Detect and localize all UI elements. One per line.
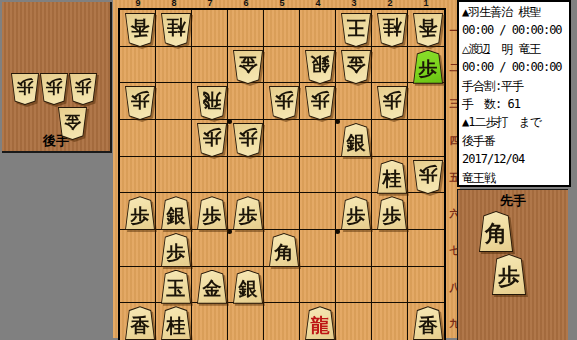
file-coord-1: 1 xyxy=(408,0,444,8)
square-52[interactable] xyxy=(264,47,300,84)
shogi-app-window: 後手 歩歩歩金 987654321 香桂王桂香金銀金歩歩飛歩歩歩歩歩銀桂歩歩銀歩… xyxy=(0,0,577,340)
sente-hand-label: 先手 xyxy=(458,192,568,210)
square-85[interactable] xyxy=(156,157,192,194)
square-33[interactable] xyxy=(336,83,372,120)
square-55[interactable] xyxy=(264,157,300,194)
hand-gote-歩-1[interactable]: 歩 xyxy=(11,73,39,105)
piece-sente-龍-49[interactable]: 龍 xyxy=(305,306,335,340)
piece-gote-歩-93[interactable]: 歩 xyxy=(125,86,155,120)
square-14[interactable] xyxy=(408,120,444,157)
square-48[interactable] xyxy=(300,267,336,304)
piece-sente-歩-87[interactable]: 歩 xyxy=(161,233,191,267)
piece-gote-桂-21[interactable]: 桂 xyxy=(377,13,407,47)
square-41[interactable] xyxy=(300,10,336,47)
piece-kanji-銀: 銀 xyxy=(347,129,366,152)
piece-sente-歩-26[interactable]: 歩 xyxy=(377,196,407,230)
piece-kanji-銀: 銀 xyxy=(239,275,258,298)
square-59[interactable] xyxy=(264,303,300,340)
piece-kanji-歩: 歩 xyxy=(131,202,150,225)
game-info-panel: ▲羽生善治 棋聖00:00 / 00:00:00△渡辺 明 竜王00:00 / … xyxy=(457,0,571,187)
gote-hand-label: 後手 xyxy=(2,132,110,150)
hoshi-dot xyxy=(227,119,232,124)
piece-sente-歩-66[interactable]: 歩 xyxy=(233,196,263,230)
file-coord-8: 8 xyxy=(156,0,192,8)
piece-kanji-玉: 玉 xyxy=(167,275,186,298)
square-45[interactable] xyxy=(300,157,336,194)
piece-kanji-歩: 歩 xyxy=(75,79,92,100)
square-92[interactable] xyxy=(120,47,156,84)
square-67[interactable] xyxy=(228,230,264,267)
piece-kanji-香: 香 xyxy=(131,312,150,335)
piece-kanji-金: 金 xyxy=(347,55,366,78)
square-51[interactable] xyxy=(264,10,300,47)
square-22[interactable] xyxy=(372,47,408,84)
square-16[interactable] xyxy=(408,193,444,230)
square-97[interactable] xyxy=(120,230,156,267)
piece-kanji-桂: 桂 xyxy=(383,19,402,42)
file-coord-3: 3 xyxy=(336,0,372,8)
file-coord-9: 9 xyxy=(120,0,156,8)
square-63[interactable] xyxy=(228,83,264,120)
piece-kanji-飛: 飛 xyxy=(203,92,222,115)
square-13[interactable] xyxy=(408,83,444,120)
file-coord-5: 5 xyxy=(264,0,300,8)
piece-kanji-歩: 歩 xyxy=(203,202,222,225)
piece-kanji-歩: 歩 xyxy=(347,202,366,225)
piece-kanji-歩: 歩 xyxy=(275,92,294,115)
square-71[interactable] xyxy=(192,10,228,47)
piece-kanji-金: 金 xyxy=(203,275,222,298)
piece-kanji-歩: 歩 xyxy=(167,239,186,262)
square-37[interactable] xyxy=(336,230,372,267)
piece-kanji-桂: 桂 xyxy=(167,312,186,335)
piece-kanji-歩: 歩 xyxy=(46,79,63,100)
piece-gote-王-31[interactable]: 王 xyxy=(341,13,371,47)
piece-gote-金-62[interactable]: 金 xyxy=(233,50,263,84)
piece-kanji-歩: 歩 xyxy=(419,55,438,78)
piece-gote-香-11[interactable]: 香 xyxy=(413,13,443,47)
square-38[interactable] xyxy=(336,267,372,304)
piece-sente-銀-86[interactable]: 銀 xyxy=(161,196,191,230)
info-line-3: △渡辺 明 竜王 xyxy=(462,40,569,58)
piece-kanji-香: 香 xyxy=(131,19,150,42)
square-17[interactable] xyxy=(408,230,444,267)
piece-gote-香-91[interactable]: 香 xyxy=(125,13,155,47)
shogi-board: 香桂王桂香金銀金歩歩飛歩歩歩歩歩銀桂歩歩銀歩歩歩歩歩角玉金銀香桂龍香 xyxy=(118,8,446,340)
square-58[interactable] xyxy=(264,267,300,304)
piece-sente-銀-68[interactable]: 銀 xyxy=(233,270,263,304)
piece-kanji-桂: 桂 xyxy=(383,165,402,188)
piece-gote-歩-23[interactable]: 歩 xyxy=(377,86,407,120)
piece-kanji-香: 香 xyxy=(419,19,438,42)
piece-sente-金-78[interactable]: 金 xyxy=(197,270,227,304)
square-72[interactable] xyxy=(192,47,228,84)
hoshi-dot xyxy=(335,119,340,124)
piece-gote-金-32[interactable]: 金 xyxy=(341,50,371,84)
piece-sente-歩-96[interactable]: 歩 xyxy=(125,196,155,230)
info-line-1: ▲羽生善治 棋聖 xyxy=(462,3,569,21)
piece-sente-桂-89[interactable]: 桂 xyxy=(161,306,191,340)
board-area: 987654321 香桂王桂香金銀金歩歩飛歩歩歩歩歩銀桂歩歩銀歩歩歩歩歩角玉金銀… xyxy=(113,0,460,338)
piece-kanji-歩: 歩 xyxy=(498,262,520,288)
piece-gote-歩-64[interactable]: 歩 xyxy=(233,123,263,157)
square-44[interactable] xyxy=(300,120,336,157)
info-line-5: 手合割:平手 xyxy=(462,77,569,95)
piece-gote-飛-73[interactable]: 飛 xyxy=(197,86,227,120)
square-65[interactable] xyxy=(228,157,264,194)
file-coord-7: 7 xyxy=(192,0,228,8)
piece-kanji-歩: 歩 xyxy=(17,79,34,100)
piece-kanji-歩: 歩 xyxy=(383,202,402,225)
piece-kanji-歩: 歩 xyxy=(131,92,150,115)
square-75[interactable] xyxy=(192,157,228,194)
square-69[interactable] xyxy=(228,303,264,340)
info-line-7: ▲1二歩打 まで xyxy=(462,113,569,131)
piece-sente-歩-12[interactable]: 歩 xyxy=(413,50,443,84)
square-98[interactable] xyxy=(120,267,156,304)
piece-kanji-角: 角 xyxy=(485,219,507,245)
info-line-2: 00:00 / 00:00:00 xyxy=(462,21,569,39)
square-94[interactable] xyxy=(120,120,156,157)
piece-sente-角-57[interactable]: 角 xyxy=(269,233,299,267)
square-77[interactable] xyxy=(192,230,228,267)
square-95[interactable] xyxy=(120,157,156,194)
square-24[interactable] xyxy=(372,120,408,157)
piece-sente-歩-36[interactable]: 歩 xyxy=(341,196,371,230)
piece-kanji-香: 香 xyxy=(419,312,438,335)
piece-kanji-王: 王 xyxy=(347,19,366,42)
file-coord-6: 6 xyxy=(228,0,264,8)
square-28[interactable] xyxy=(372,267,408,304)
hand-gote-歩-3[interactable]: 歩 xyxy=(69,73,97,105)
piece-kanji-歩: 歩 xyxy=(239,129,258,152)
square-29[interactable] xyxy=(372,303,408,340)
piece-gote-歩-53[interactable]: 歩 xyxy=(269,86,299,120)
square-83[interactable] xyxy=(156,83,192,120)
file-coord-4: 4 xyxy=(300,0,336,8)
hand-gote-歩-2[interactable]: 歩 xyxy=(40,73,68,105)
piece-kanji-歩: 歩 xyxy=(383,92,402,115)
info-line-4: 00:00 / 00:00:00 xyxy=(462,58,569,76)
piece-kanji-歩: 歩 xyxy=(203,129,222,152)
square-18[interactable] xyxy=(408,267,444,304)
piece-kanji-角: 角 xyxy=(275,239,294,262)
square-82[interactable] xyxy=(156,47,192,84)
hoshi-dot xyxy=(227,229,232,234)
square-47[interactable] xyxy=(300,230,336,267)
square-27[interactable] xyxy=(372,230,408,267)
info-line-8: 後手番 xyxy=(462,132,569,150)
piece-kanji-銀: 銀 xyxy=(167,202,186,225)
square-79[interactable] xyxy=(192,303,228,340)
info-line-6: 手 数: 61 xyxy=(462,95,569,113)
square-54[interactable] xyxy=(264,120,300,157)
hand-sente-歩-1[interactable]: 歩 xyxy=(492,254,526,295)
piece-kanji-金: 金 xyxy=(64,113,81,134)
piece-kanji-銀: 銀 xyxy=(311,55,330,78)
piece-kanji-龍: 龍 xyxy=(311,312,330,335)
piece-sente-香-99[interactable]: 香 xyxy=(125,306,155,340)
square-39[interactable] xyxy=(336,303,372,340)
square-61[interactable] xyxy=(228,10,264,47)
file-coord-2: 2 xyxy=(372,0,408,8)
piece-sente-桂-25[interactable]: 桂 xyxy=(377,160,407,194)
sente-hand-tray: 先手 角歩 xyxy=(457,189,568,340)
square-84[interactable] xyxy=(156,120,192,157)
piece-gote-歩-15[interactable]: 歩 xyxy=(413,160,443,194)
hand-sente-角-1[interactable]: 角 xyxy=(479,211,513,252)
hoshi-dot xyxy=(335,229,340,234)
square-35[interactable] xyxy=(336,157,372,194)
info-line-10: 竜王戦 xyxy=(462,169,569,187)
piece-kanji-桂: 桂 xyxy=(167,19,186,42)
gote-hand-tray: 後手 歩歩歩金 xyxy=(2,2,112,153)
square-46[interactable] xyxy=(300,193,336,230)
piece-gote-桂-81[interactable]: 桂 xyxy=(161,13,191,47)
hand-gote-金-1[interactable]: 金 xyxy=(58,107,87,140)
piece-sente-歩-76[interactable]: 歩 xyxy=(197,196,227,230)
piece-gote-銀-42[interactable]: 銀 xyxy=(305,50,335,84)
square-56[interactable] xyxy=(264,193,300,230)
piece-sente-香-19[interactable]: 香 xyxy=(413,306,443,340)
piece-kanji-金: 金 xyxy=(239,55,258,78)
piece-kanji-歩: 歩 xyxy=(311,92,330,115)
piece-kanji-歩: 歩 xyxy=(239,202,258,225)
piece-gote-歩-74[interactable]: 歩 xyxy=(197,123,227,157)
piece-kanji-歩: 歩 xyxy=(419,165,438,188)
piece-gote-歩-43[interactable]: 歩 xyxy=(305,86,335,120)
piece-sente-銀-34[interactable]: 銀 xyxy=(341,123,371,157)
piece-sente-玉-88[interactable]: 玉 xyxy=(161,270,191,304)
info-line-9: 2017/12/04 xyxy=(462,150,569,168)
